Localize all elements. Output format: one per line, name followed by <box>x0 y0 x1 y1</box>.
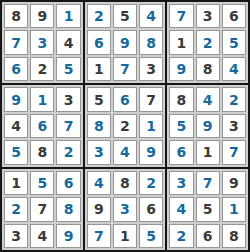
cell-r1c4[interactable]: 2 <box>87 4 111 28</box>
cell-r3c6[interactable]: 3 <box>139 57 163 81</box>
cell-r4c8[interactable]: 4 <box>196 87 220 111</box>
cell-r4c3[interactable]: 3 <box>56 87 80 111</box>
cell-r3c9[interactable]: 4 <box>222 57 246 81</box>
cell-r2c4[interactable]: 6 <box>87 30 111 54</box>
cell-r7c1[interactable]: 1 <box>4 171 28 195</box>
cell-r5c8[interactable]: 9 <box>196 114 220 138</box>
cell-r9c9[interactable]: 8 <box>222 224 246 248</box>
cell-r9c8[interactable]: 6 <box>196 224 220 248</box>
cell-r4c6[interactable]: 7 <box>139 87 163 111</box>
cell-r6c9[interactable]: 7 <box>222 140 246 164</box>
cell-r1c2[interactable]: 9 <box>30 4 54 28</box>
cell-r3c2[interactable]: 2 <box>30 57 54 81</box>
cell-r9c3[interactable]: 9 <box>56 224 80 248</box>
cell-r6c3[interactable]: 2 <box>56 140 80 164</box>
cell-r1c5[interactable]: 5 <box>113 4 137 28</box>
cell-r5c2[interactable]: 6 <box>30 114 54 138</box>
cell-r6c6[interactable]: 9 <box>139 140 163 164</box>
cell-r3c3[interactable]: 5 <box>56 57 80 81</box>
cell-r6c1[interactable]: 5 <box>4 140 28 164</box>
sudoku-block-4: 913467582 <box>2 85 83 166</box>
cell-r4c2[interactable]: 1 <box>30 87 54 111</box>
cell-r2c7[interactable]: 1 <box>169 30 193 54</box>
cell-r8c9[interactable]: 1 <box>222 197 246 221</box>
cell-r6c8[interactable]: 1 <box>196 140 220 164</box>
cell-r9c4[interactable]: 7 <box>87 224 111 248</box>
cell-r1c1[interactable]: 8 <box>4 4 28 28</box>
cell-r2c2[interactable]: 3 <box>30 30 54 54</box>
sudoku-block-3: 736125984 <box>167 2 248 83</box>
cell-r1c9[interactable]: 6 <box>222 4 246 28</box>
cell-r5c9[interactable]: 3 <box>222 114 246 138</box>
cell-r2c3[interactable]: 4 <box>56 30 80 54</box>
cell-r7c5[interactable]: 8 <box>113 171 137 195</box>
cell-r3c1[interactable]: 6 <box>4 57 28 81</box>
sudoku-block-5: 567821349 <box>85 85 166 166</box>
cell-r5c1[interactable]: 4 <box>4 114 28 138</box>
cell-r7c9[interactable]: 9 <box>222 171 246 195</box>
cell-r8c2[interactable]: 7 <box>30 197 54 221</box>
cell-r5c5[interactable]: 2 <box>113 114 137 138</box>
cell-r8c4[interactable]: 9 <box>87 197 111 221</box>
cell-r3c4[interactable]: 1 <box>87 57 111 81</box>
cell-r1c3[interactable]: 1 <box>56 4 80 28</box>
cell-r6c7[interactable]: 6 <box>169 140 193 164</box>
cell-r4c7[interactable]: 8 <box>169 87 193 111</box>
cell-r6c2[interactable]: 8 <box>30 140 54 164</box>
cell-r7c7[interactable]: 3 <box>169 171 193 195</box>
sudoku-block-8: 482936715 <box>85 169 166 250</box>
sudoku-block-6: 842593617 <box>167 85 248 166</box>
cell-r2c5[interactable]: 9 <box>113 30 137 54</box>
cell-r7c3[interactable]: 6 <box>56 171 80 195</box>
cell-r7c2[interactable]: 5 <box>30 171 54 195</box>
cell-r2c8[interactable]: 2 <box>196 30 220 54</box>
cell-r4c4[interactable]: 5 <box>87 87 111 111</box>
cell-r7c6[interactable]: 2 <box>139 171 163 195</box>
sudoku-block-7: 156278349 <box>2 169 83 250</box>
cell-r5c7[interactable]: 5 <box>169 114 193 138</box>
cell-r2c9[interactable]: 5 <box>222 30 246 54</box>
cell-r1c7[interactable]: 7 <box>169 4 193 28</box>
cell-r9c6[interactable]: 5 <box>139 224 163 248</box>
cell-r2c6[interactable]: 8 <box>139 30 163 54</box>
cell-r2c1[interactable]: 7 <box>4 30 28 54</box>
cell-r9c5[interactable]: 1 <box>113 224 137 248</box>
cell-r7c8[interactable]: 7 <box>196 171 220 195</box>
cell-r8c7[interactable]: 4 <box>169 197 193 221</box>
cell-r3c7[interactable]: 9 <box>169 57 193 81</box>
cell-r8c3[interactable]: 8 <box>56 197 80 221</box>
cell-r7c4[interactable]: 4 <box>87 171 111 195</box>
cell-r1c8[interactable]: 3 <box>196 4 220 28</box>
cell-r3c5[interactable]: 7 <box>113 57 137 81</box>
cell-r1c6[interactable]: 4 <box>139 4 163 28</box>
cell-r6c4[interactable]: 3 <box>87 140 111 164</box>
cell-r4c5[interactable]: 6 <box>113 87 137 111</box>
cell-r9c2[interactable]: 4 <box>30 224 54 248</box>
cell-r5c4[interactable]: 8 <box>87 114 111 138</box>
cell-r4c1[interactable]: 9 <box>4 87 28 111</box>
cell-r5c6[interactable]: 1 <box>139 114 163 138</box>
cell-r8c5[interactable]: 3 <box>113 197 137 221</box>
sudoku-block-1: 891734625 <box>2 2 83 83</box>
cell-r3c8[interactable]: 8 <box>196 57 220 81</box>
cell-r6c5[interactable]: 4 <box>113 140 137 164</box>
cell-r8c1[interactable]: 2 <box>4 197 28 221</box>
cell-r9c1[interactable]: 3 <box>4 224 28 248</box>
cell-r5c3[interactable]: 7 <box>56 114 80 138</box>
cell-r8c6[interactable]: 6 <box>139 197 163 221</box>
sudoku-block-9: 379451268 <box>167 169 248 250</box>
sudoku-board: 8917346252546981737361259849134675825678… <box>0 0 250 252</box>
cell-r4c9[interactable]: 2 <box>222 87 246 111</box>
sudoku-block-2: 254698173 <box>85 2 166 83</box>
cell-r8c8[interactable]: 5 <box>196 197 220 221</box>
cell-r9c7[interactable]: 2 <box>169 224 193 248</box>
